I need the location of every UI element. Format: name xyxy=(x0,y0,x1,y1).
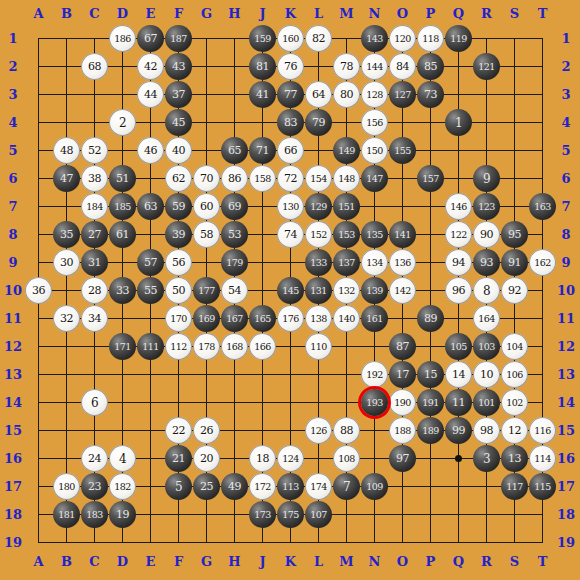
white-stone: 166 xyxy=(249,333,276,360)
black-stone: 97 xyxy=(389,445,416,472)
move-number: 150 xyxy=(366,146,383,156)
black-stone: 35 xyxy=(53,221,80,248)
black-stone: 153 xyxy=(333,221,360,248)
move-number: 147 xyxy=(366,174,383,184)
white-stone: 86 xyxy=(221,165,248,192)
move-number: 28 xyxy=(88,285,101,296)
black-stone: 55 xyxy=(137,277,164,304)
move-number: 188 xyxy=(394,426,411,436)
move-number: 30 xyxy=(60,257,73,268)
move-number: 65 xyxy=(228,145,241,156)
black-stone: 133 xyxy=(305,249,332,276)
white-stone: 192 xyxy=(361,361,388,388)
move-number: 164 xyxy=(478,314,495,324)
black-stone: 91 xyxy=(501,249,528,276)
black-stone: 39 xyxy=(165,221,192,248)
white-stone: 92 xyxy=(501,277,528,304)
column-label: T xyxy=(529,4,557,22)
move-number: 103 xyxy=(478,342,495,352)
black-stone: 69 xyxy=(221,193,248,220)
white-stone: 150 xyxy=(361,137,388,164)
move-number: 154 xyxy=(310,174,327,184)
row-label: 6 xyxy=(553,165,579,193)
white-stone: 52 xyxy=(81,137,108,164)
move-number: 81 xyxy=(256,61,269,72)
move-number: 191 xyxy=(422,398,439,408)
move-number: 12 xyxy=(508,425,521,436)
black-stone: 169 xyxy=(193,305,220,332)
row-label: 6 xyxy=(0,165,26,193)
move-number: 24 xyxy=(88,453,101,464)
row-label: 7 xyxy=(0,193,26,221)
move-number: 184 xyxy=(86,202,103,212)
white-stone: 152 xyxy=(305,221,332,248)
white-stone: 80 xyxy=(333,81,360,108)
move-number: 128 xyxy=(366,90,383,100)
white-stone: 48 xyxy=(53,137,80,164)
move-number: 104 xyxy=(506,342,523,352)
black-stone: 81 xyxy=(249,53,276,80)
white-stone: 44 xyxy=(137,81,164,108)
move-number: 129 xyxy=(310,202,327,212)
move-number: 140 xyxy=(338,314,355,324)
row-label: 18 xyxy=(0,501,26,529)
move-number: 8 xyxy=(483,285,490,297)
black-stone: 43 xyxy=(165,53,192,80)
move-number: 113 xyxy=(282,482,299,492)
move-number: 181 xyxy=(58,510,75,520)
move-number: 85 xyxy=(424,61,437,72)
move-number: 58 xyxy=(200,229,213,240)
move-number: 134 xyxy=(366,258,383,268)
row-label: 8 xyxy=(553,221,579,249)
move-number: 78 xyxy=(340,61,353,72)
black-stone: 23 xyxy=(81,473,108,500)
black-stone: 13 xyxy=(501,445,528,472)
move-number: 60 xyxy=(200,201,213,212)
white-stone: 154 xyxy=(305,165,332,192)
move-number: 45 xyxy=(172,117,185,128)
white-stone: 182 xyxy=(109,473,136,500)
move-number: 21 xyxy=(172,453,185,464)
white-stone: 176 xyxy=(277,305,304,332)
move-number: 156 xyxy=(366,118,383,128)
row-label: 1 xyxy=(0,25,26,53)
move-number: 167 xyxy=(226,314,243,324)
move-number: 82 xyxy=(312,33,325,44)
stones-layer[interactable]: 1234567891011121314151718192021222324252… xyxy=(25,25,557,557)
move-number: 27 xyxy=(88,229,101,240)
black-stone: 87 xyxy=(389,333,416,360)
white-stone: 34 xyxy=(81,305,108,332)
column-label: K xyxy=(277,4,305,22)
white-stone: 88 xyxy=(333,417,360,444)
black-stone: 175 xyxy=(277,501,304,528)
black-stone: 77 xyxy=(277,81,304,108)
white-stone: 132 xyxy=(333,277,360,304)
white-stone: 184 xyxy=(81,193,108,220)
black-stone: 37 xyxy=(165,81,192,108)
move-number: 97 xyxy=(396,453,409,464)
white-stone: 148 xyxy=(333,165,360,192)
move-number: 73 xyxy=(424,89,437,100)
black-stone: 181 xyxy=(53,501,80,528)
black-stone: 165 xyxy=(249,305,276,332)
black-stone: 163 xyxy=(529,193,556,220)
row-label: 12 xyxy=(553,333,579,361)
move-number: 92 xyxy=(508,285,521,296)
go-board[interactable]: ABCDEFGHJKLMNOPQRST ABCDEFGHJKLMNOPQRST … xyxy=(0,0,580,580)
black-stone: 191 xyxy=(417,389,444,416)
column-label: M xyxy=(333,4,361,22)
move-number: 19 xyxy=(116,509,129,520)
black-stone: 73 xyxy=(417,81,444,108)
row-label: 1 xyxy=(553,25,579,53)
black-stone: 67 xyxy=(137,25,164,52)
black-stone: 173 xyxy=(249,501,276,528)
black-stone: 171 xyxy=(109,333,136,360)
black-stone: 159 xyxy=(249,25,276,52)
move-number: 77 xyxy=(284,89,297,100)
move-number: 51 xyxy=(116,173,129,184)
white-stone: 26 xyxy=(193,417,220,444)
move-number: 62 xyxy=(172,173,185,184)
move-number: 2 xyxy=(119,117,126,129)
white-stone: 30 xyxy=(53,249,80,276)
row-label: 11 xyxy=(553,305,579,333)
black-stone: 185 xyxy=(109,193,136,220)
move-number: 54 xyxy=(228,285,241,296)
white-stone: 38 xyxy=(81,165,108,192)
white-stone: 50 xyxy=(165,277,192,304)
black-stone: 187 xyxy=(165,25,192,52)
move-number: 20 xyxy=(200,453,213,464)
star-point xyxy=(455,455,462,462)
column-label: A xyxy=(25,4,53,22)
move-number: 40 xyxy=(172,145,185,156)
black-stone: 167 xyxy=(221,305,248,332)
row-label: 3 xyxy=(0,81,26,109)
white-stone: 36 xyxy=(25,277,52,304)
black-stone: 19 xyxy=(109,501,136,528)
move-number: 83 xyxy=(284,117,297,128)
white-stone: 122 xyxy=(445,221,472,248)
black-stone: 103 xyxy=(473,333,500,360)
white-stone: 142 xyxy=(389,277,416,304)
column-label: O xyxy=(389,4,417,22)
black-stone: 93 xyxy=(473,249,500,276)
move-number: 173 xyxy=(254,510,271,520)
white-stone: 4 xyxy=(109,445,136,472)
move-number: 105 xyxy=(450,342,467,352)
row-label: 19 xyxy=(0,529,26,557)
black-stone-last-move-marker: 193 xyxy=(361,389,388,416)
move-number: 101 xyxy=(478,398,495,408)
black-stone: 89 xyxy=(417,305,444,332)
black-stone: 45 xyxy=(165,109,192,136)
white-stone: 114 xyxy=(529,445,556,472)
move-number: 141 xyxy=(394,230,411,240)
move-number: 67 xyxy=(144,33,157,44)
white-stone: 76 xyxy=(277,53,304,80)
move-number: 74 xyxy=(284,229,297,240)
move-number: 93 xyxy=(480,257,493,268)
move-number: 114 xyxy=(534,454,551,464)
move-number: 152 xyxy=(310,230,327,240)
move-number: 5 xyxy=(175,481,182,493)
white-stone: 120 xyxy=(389,25,416,52)
row-label: 2 xyxy=(0,53,26,81)
black-stone: 121 xyxy=(473,53,500,80)
move-number: 36 xyxy=(32,285,45,296)
white-stone: 168 xyxy=(221,333,248,360)
move-number: 3 xyxy=(483,453,490,465)
black-stone: 85 xyxy=(417,53,444,80)
column-label: B xyxy=(53,4,81,22)
move-number: 115 xyxy=(534,482,551,492)
column-label: N xyxy=(361,4,389,22)
white-stone: 82 xyxy=(305,25,332,52)
black-stone: 151 xyxy=(333,193,360,220)
move-number: 108 xyxy=(338,454,355,464)
move-number: 55 xyxy=(144,285,157,296)
move-number: 99 xyxy=(452,425,465,436)
move-number: 119 xyxy=(450,34,467,44)
move-number: 13 xyxy=(508,453,521,464)
move-number: 79 xyxy=(312,117,325,128)
white-stone: 170 xyxy=(165,305,192,332)
move-number: 15 xyxy=(424,369,437,380)
move-number: 43 xyxy=(172,61,185,72)
black-stone: 127 xyxy=(389,81,416,108)
black-stone: 111 xyxy=(137,333,164,360)
white-stone: 10 xyxy=(473,361,500,388)
white-stone: 190 xyxy=(389,389,416,416)
row-label: 12 xyxy=(0,333,26,361)
black-stone: 123 xyxy=(473,193,500,220)
move-number: 177 xyxy=(198,286,215,296)
row-label: 10 xyxy=(0,277,26,305)
white-stone: 126 xyxy=(305,417,332,444)
row-label: 2 xyxy=(553,53,579,81)
move-number: 149 xyxy=(338,146,355,156)
move-number: 169 xyxy=(198,314,215,324)
black-stone: 179 xyxy=(221,249,248,276)
move-number: 151 xyxy=(338,202,355,212)
move-number: 53 xyxy=(228,229,241,240)
white-stone: 110 xyxy=(305,333,332,360)
move-number: 179 xyxy=(226,258,243,268)
white-stone: 32 xyxy=(53,305,80,332)
white-stone: 172 xyxy=(249,473,276,500)
row-label: 16 xyxy=(553,445,579,473)
black-stone: 5 xyxy=(165,473,192,500)
move-number: 118 xyxy=(422,34,439,44)
move-number: 1 xyxy=(455,117,462,129)
move-number: 121 xyxy=(478,62,495,72)
move-number: 90 xyxy=(480,229,493,240)
move-number: 7 xyxy=(343,481,350,493)
move-number: 50 xyxy=(172,285,185,296)
white-stone: 8 xyxy=(473,277,500,304)
move-number: 142 xyxy=(394,286,411,296)
white-stone: 96 xyxy=(445,277,472,304)
white-stone: 138 xyxy=(305,305,332,332)
black-stone: 189 xyxy=(417,417,444,444)
black-stone: 161 xyxy=(361,305,388,332)
move-number: 98 xyxy=(480,425,493,436)
move-number: 161 xyxy=(366,314,383,324)
move-number: 6 xyxy=(91,397,98,409)
move-number: 87 xyxy=(396,341,409,352)
move-number: 157 xyxy=(422,174,439,184)
move-number: 183 xyxy=(86,510,103,520)
black-stone: 21 xyxy=(165,445,192,472)
white-stone: 160 xyxy=(277,25,304,52)
white-stone: 54 xyxy=(221,277,248,304)
white-stone: 42 xyxy=(137,53,164,80)
move-number: 146 xyxy=(450,202,467,212)
white-stone: 164 xyxy=(473,305,500,332)
move-number: 31 xyxy=(88,257,101,268)
move-number: 57 xyxy=(144,257,157,268)
move-number: 71 xyxy=(256,145,269,156)
move-number: 95 xyxy=(508,229,521,240)
move-number: 135 xyxy=(366,230,383,240)
white-stone: 6 xyxy=(81,389,108,416)
move-number: 116 xyxy=(534,426,551,436)
white-stone: 162 xyxy=(529,249,556,276)
white-stone: 62 xyxy=(165,165,192,192)
row-label: 4 xyxy=(553,109,579,137)
white-stone: 70 xyxy=(193,165,220,192)
white-stone: 136 xyxy=(389,249,416,276)
black-stone: 17 xyxy=(389,361,416,388)
black-stone: 129 xyxy=(305,193,332,220)
white-stone: 134 xyxy=(361,249,388,276)
move-number: 11 xyxy=(452,397,465,408)
black-stone: 157 xyxy=(417,165,444,192)
row-label: 19 xyxy=(553,529,579,557)
white-stone: 130 xyxy=(277,193,304,220)
move-number: 172 xyxy=(254,482,271,492)
column-label: J xyxy=(249,4,277,22)
white-stone: 12 xyxy=(501,417,528,444)
black-stone: 83 xyxy=(277,109,304,136)
row-label: 4 xyxy=(0,109,26,137)
move-number: 70 xyxy=(200,173,213,184)
white-stone: 2 xyxy=(109,109,136,136)
row-label: 8 xyxy=(0,221,26,249)
move-number: 52 xyxy=(88,145,101,156)
black-stone: 149 xyxy=(333,137,360,164)
white-stone: 20 xyxy=(193,445,220,472)
white-stone: 58 xyxy=(193,221,220,248)
column-label: S xyxy=(501,4,529,22)
black-stone: 145 xyxy=(277,277,304,304)
white-stone: 68 xyxy=(81,53,108,80)
move-number: 10 xyxy=(480,369,493,380)
move-number: 47 xyxy=(60,173,73,184)
white-stone: 72 xyxy=(277,165,304,192)
move-number: 123 xyxy=(478,202,495,212)
white-stone: 94 xyxy=(445,249,472,276)
white-stone: 104 xyxy=(501,333,528,360)
black-stone: 137 xyxy=(333,249,360,276)
move-number: 32 xyxy=(60,313,73,324)
move-number: 39 xyxy=(172,229,185,240)
black-stone: 41 xyxy=(249,81,276,108)
white-stone: 118 xyxy=(417,25,444,52)
move-number: 163 xyxy=(534,202,551,212)
black-stone: 139 xyxy=(361,277,388,304)
column-label: P xyxy=(417,4,445,22)
move-number: 18 xyxy=(256,453,269,464)
move-number: 111 xyxy=(142,342,159,352)
move-number: 120 xyxy=(394,34,411,44)
move-number: 130 xyxy=(282,202,299,212)
move-number: 175 xyxy=(282,510,299,520)
white-stone: 108 xyxy=(333,445,360,472)
move-number: 162 xyxy=(534,258,551,268)
move-number: 86 xyxy=(228,173,241,184)
column-label: F xyxy=(165,4,193,22)
move-number: 25 xyxy=(200,481,213,492)
move-number: 182 xyxy=(114,482,131,492)
white-stone: 124 xyxy=(277,445,304,472)
column-label: C xyxy=(81,4,109,22)
move-number: 44 xyxy=(144,89,157,100)
move-number: 102 xyxy=(506,398,523,408)
move-number: 193 xyxy=(366,398,383,408)
move-number: 37 xyxy=(172,89,185,100)
move-number: 26 xyxy=(200,425,213,436)
black-stone: 1 xyxy=(445,109,472,136)
black-stone: 95 xyxy=(501,221,528,248)
white-stone: 84 xyxy=(389,53,416,80)
move-number: 185 xyxy=(114,202,131,212)
black-stone: 51 xyxy=(109,165,136,192)
move-number: 110 xyxy=(310,342,327,352)
row-label: 10 xyxy=(553,277,579,305)
move-number: 174 xyxy=(310,482,327,492)
row-label: 9 xyxy=(553,249,579,277)
move-number: 144 xyxy=(366,62,383,72)
row-label: 13 xyxy=(0,361,26,389)
row-label: 14 xyxy=(553,389,579,417)
move-number: 166 xyxy=(254,342,271,352)
white-stone: 180 xyxy=(53,473,80,500)
black-stone: 99 xyxy=(445,417,472,444)
black-stone: 27 xyxy=(81,221,108,248)
black-stone: 109 xyxy=(361,473,388,500)
move-number: 124 xyxy=(282,454,299,464)
black-stone: 183 xyxy=(81,501,108,528)
move-number: 61 xyxy=(116,229,129,240)
move-number: 35 xyxy=(60,229,73,240)
move-number: 42 xyxy=(144,61,157,72)
move-number: 84 xyxy=(396,61,409,72)
black-stone: 25 xyxy=(193,473,220,500)
move-number: 126 xyxy=(310,426,327,436)
white-stone: 90 xyxy=(473,221,500,248)
black-stone: 53 xyxy=(221,221,248,248)
move-number: 4 xyxy=(119,453,126,465)
row-label: 15 xyxy=(0,417,26,445)
move-number: 155 xyxy=(394,146,411,156)
white-stone: 60 xyxy=(193,193,220,220)
black-stone: 101 xyxy=(473,389,500,416)
